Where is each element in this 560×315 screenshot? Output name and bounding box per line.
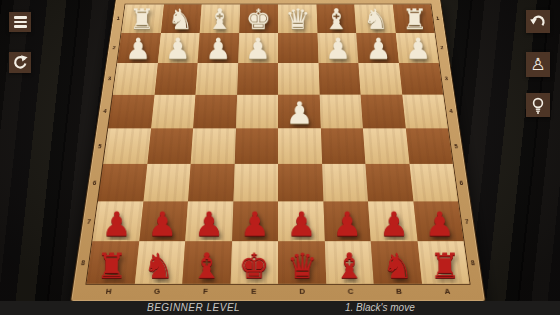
square-g8[interactable]: ♞	[134, 241, 185, 283]
square-f6[interactable]	[188, 164, 234, 202]
square-e7[interactable]: ♟	[232, 201, 278, 241]
square-b8[interactable]: ♞	[371, 241, 422, 283]
white-pawn[interactable]: ♟	[165, 35, 191, 64]
white-pawn[interactable]: ♟	[405, 35, 431, 64]
chess-board: 12345678 12345678 ♜♞♝♚♛♝♞♜♟♟♟♟♟♟♟♟♟♟♟♟♟♟…	[70, 0, 486, 302]
square-a3[interactable]	[399, 63, 444, 95]
red-knight[interactable]: ♞	[143, 249, 174, 284]
square-e6[interactable]	[233, 164, 278, 202]
square-h3[interactable]	[113, 63, 158, 95]
white-knight[interactable]: ♞	[363, 6, 388, 34]
square-c7[interactable]: ♟	[323, 201, 371, 241]
square-e2[interactable]: ♟	[238, 33, 278, 63]
square-a7[interactable]: ♟	[413, 201, 464, 241]
square-c1[interactable]: ♝	[316, 4, 356, 33]
square-g1[interactable]: ♞	[161, 4, 202, 33]
white-pawn[interactable]: ♟	[325, 35, 351, 64]
square-h5[interactable]	[103, 128, 150, 163]
white-pawn[interactable]: ♟	[125, 35, 151, 64]
white-pawn[interactable]: ♟	[365, 35, 391, 64]
square-a5[interactable]	[405, 128, 452, 163]
square-h2[interactable]: ♟	[117, 33, 160, 63]
square-b3[interactable]	[358, 63, 401, 95]
square-g2[interactable]: ♟	[157, 33, 199, 63]
square-e5[interactable]	[234, 128, 278, 163]
red-rook[interactable]: ♜	[95, 249, 126, 284]
square-a1[interactable]: ♜	[392, 4, 434, 33]
red-bishop[interactable]: ♝	[191, 249, 222, 284]
file-label-d: D	[278, 287, 327, 300]
white-bishop[interactable]: ♝	[324, 6, 349, 34]
menu-button[interactable]	[9, 12, 31, 32]
restart-button[interactable]	[9, 52, 31, 73]
square-d8[interactable]: ♛	[278, 241, 326, 283]
white-rook[interactable]: ♜	[129, 6, 154, 34]
square-a8[interactable]: ♜	[417, 241, 469, 283]
white-pawn[interactable]: ♟	[245, 35, 271, 64]
white-bishop[interactable]: ♝	[207, 6, 232, 34]
file-label-b: B	[374, 287, 424, 300]
square-d2[interactable]	[278, 33, 318, 63]
red-pawn[interactable]: ♟	[425, 208, 455, 242]
level-label: BEGINNER LEVEL	[147, 302, 240, 313]
square-g6[interactable]	[143, 164, 191, 202]
square-f4[interactable]	[193, 95, 237, 129]
hint-button[interactable]	[526, 93, 550, 117]
square-d3[interactable]	[278, 63, 319, 95]
file-labels-bottom: HGFEDCBA	[83, 287, 472, 300]
red-knight[interactable]: ♞	[382, 249, 413, 284]
white-pawn[interactable]: ♟	[205, 35, 231, 64]
white-pawn[interactable]: ♟	[285, 98, 312, 129]
square-b2[interactable]: ♟	[356, 33, 398, 63]
board-scene: 12345678 12345678 ♜♞♝♚♛♝♞♜♟♟♟♟♟♟♟♟♟♟♟♟♟♟…	[70, 0, 486, 302]
square-h7[interactable]: ♟	[92, 201, 143, 241]
square-h8[interactable]: ♜	[87, 241, 139, 283]
move-indicator: 1. Black's move	[345, 302, 415, 313]
square-f7[interactable]: ♟	[185, 201, 233, 241]
undo-arrow-icon	[530, 14, 546, 30]
square-d6[interactable]	[278, 164, 323, 202]
red-rook[interactable]: ♜	[429, 249, 460, 284]
square-e3[interactable]	[237, 63, 278, 95]
red-pawn[interactable]: ♟	[101, 208, 131, 242]
square-h6[interactable]	[98, 164, 147, 202]
square-g3[interactable]	[154, 63, 197, 95]
square-b1[interactable]: ♞	[354, 4, 395, 33]
square-d5[interactable]	[278, 128, 322, 163]
red-king[interactable]: ♚	[239, 249, 270, 284]
square-f8[interactable]: ♝	[182, 241, 231, 283]
square-a4[interactable]	[402, 95, 448, 129]
square-h1[interactable]: ♜	[121, 4, 163, 33]
file-label-a: A	[423, 287, 473, 300]
square-c8[interactable]: ♝	[324, 241, 373, 283]
red-pawn[interactable]: ♟	[240, 208, 270, 242]
undo-button[interactable]	[526, 10, 550, 33]
player-mode-button[interactable]: ♙	[526, 52, 550, 77]
square-e8[interactable]: ♚	[230, 241, 278, 283]
file-label-e: E	[229, 287, 278, 300]
square-c3[interactable]	[318, 63, 360, 95]
square-f1[interactable]: ♝	[200, 4, 240, 33]
square-g7[interactable]: ♟	[139, 201, 188, 241]
square-c6[interactable]	[322, 164, 368, 202]
white-king[interactable]: ♚	[246, 6, 271, 34]
red-pawn[interactable]: ♟	[147, 208, 177, 242]
square-e1[interactable]: ♚	[239, 4, 278, 33]
white-rook[interactable]: ♜	[402, 6, 427, 34]
square-f2[interactable]: ♟	[198, 33, 239, 63]
square-g4[interactable]	[151, 95, 196, 129]
restart-circular-arrow-icon	[12, 55, 28, 71]
square-c2[interactable]: ♟	[317, 33, 358, 63]
square-g5[interactable]	[147, 128, 193, 163]
hamburger-icon	[14, 16, 27, 27]
square-b4[interactable]	[361, 95, 406, 129]
square-c4[interactable]	[319, 95, 363, 129]
square-a6[interactable]	[409, 164, 458, 202]
red-pawn[interactable]: ♟	[286, 208, 316, 242]
file-label-h: H	[83, 287, 133, 300]
red-pawn[interactable]: ♟	[332, 208, 362, 242]
square-e4[interactable]	[236, 95, 278, 129]
square-f3[interactable]	[195, 63, 237, 95]
square-b5[interactable]	[363, 128, 409, 163]
square-b7[interactable]: ♟	[368, 201, 417, 241]
square-b6[interactable]	[365, 164, 413, 202]
file-label-c: C	[326, 287, 375, 300]
lightbulb-icon	[530, 97, 546, 114]
square-d4[interactable]: ♟	[278, 95, 320, 129]
red-pawn[interactable]: ♟	[194, 208, 224, 242]
board-grid: ♜♞♝♚♛♝♞♜♟♟♟♟♟♟♟♟♟♟♟♟♟♟♟♟♜♞♝♚♛♝♞♜	[85, 4, 470, 285]
red-pawn[interactable]: ♟	[378, 208, 408, 242]
square-a2[interactable]: ♟	[395, 33, 438, 63]
square-f5[interactable]	[191, 128, 236, 163]
file-label-f: F	[181, 287, 230, 300]
square-h4[interactable]	[108, 95, 154, 129]
square-d1[interactable]: ♛	[278, 4, 317, 33]
file-label-g: G	[132, 287, 182, 300]
square-d7[interactable]: ♟	[278, 201, 324, 241]
pawn-outline-icon: ♙	[530, 56, 545, 73]
white-knight[interactable]: ♞	[168, 6, 193, 34]
red-bishop[interactable]: ♝	[334, 249, 365, 284]
red-queen[interactable]: ♛	[286, 249, 317, 284]
white-queen[interactable]: ♛	[285, 6, 310, 34]
square-c5[interactable]	[320, 128, 365, 163]
status-bar: BEGINNER LEVEL 1. Black's move	[0, 301, 560, 315]
